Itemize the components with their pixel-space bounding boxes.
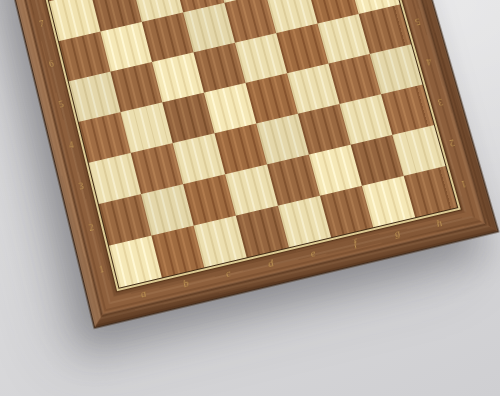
photo-backdrop: a11b22c33d44e55f66g77h88	[0, 0, 500, 396]
chess-board: a11b22c33d44e55f66g77h88	[1, 0, 497, 327]
